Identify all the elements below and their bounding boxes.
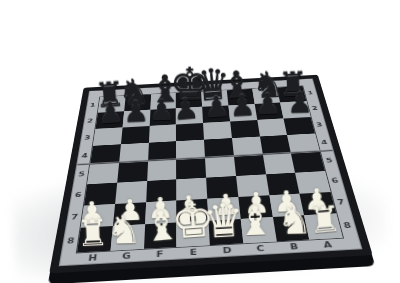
file-label-f: F xyxy=(143,248,177,261)
file-label-a: A xyxy=(310,239,346,251)
square-e5[interactable] xyxy=(176,158,206,179)
square-g2[interactable]: ♟ xyxy=(122,110,150,128)
square-d5[interactable] xyxy=(205,156,236,177)
black-pawn-b2[interactable]: ♟ xyxy=(254,89,281,119)
file-label-g: G xyxy=(109,250,143,263)
square-f5[interactable] xyxy=(147,160,177,181)
black-pawn-h2[interactable]: ♟ xyxy=(97,98,125,128)
square-a2[interactable]: ♟ xyxy=(280,101,310,118)
square-h5[interactable] xyxy=(87,163,119,184)
white-rook-h8[interactable]: ♜ xyxy=(76,214,109,251)
square-c2[interactable]: ♟ xyxy=(228,104,257,121)
file-label-c: C xyxy=(243,242,278,255)
square-b8[interactable]: ♞ xyxy=(272,216,309,242)
square-d2[interactable]: ♟ xyxy=(202,105,230,122)
chess-board-frame: ♜♞♝♚♛♝♞♜♟♟♟♟♟♟♟♟♟♟♟♟♟♟♟♟♜♞♝♚♛♝♞♜ HGFEDCB… xyxy=(49,75,372,273)
file-label-b: B xyxy=(276,240,312,253)
black-pawn-g2[interactable]: ♟ xyxy=(123,96,150,126)
square-g5[interactable] xyxy=(117,161,148,182)
square-c8[interactable]: ♝ xyxy=(240,217,276,243)
white-bishop-c8[interactable]: ♝ xyxy=(236,201,274,243)
square-b5[interactable] xyxy=(262,153,295,174)
square-d3[interactable] xyxy=(203,121,232,140)
square-g8[interactable]: ♞ xyxy=(110,224,144,250)
black-pawn-d2[interactable]: ♟ xyxy=(203,91,231,122)
square-e2[interactable]: ♟ xyxy=(176,107,203,125)
square-a5[interactable] xyxy=(291,152,325,173)
square-a3[interactable] xyxy=(284,117,315,135)
square-b2[interactable]: ♟ xyxy=(254,102,283,119)
square-c4[interactable] xyxy=(232,137,263,157)
square-h4[interactable] xyxy=(90,144,121,164)
square-c3[interactable] xyxy=(230,120,260,139)
file-label-d: D xyxy=(210,244,244,257)
square-h3[interactable] xyxy=(93,127,122,146)
square-h2[interactable]: ♟ xyxy=(95,111,123,129)
square-f3[interactable] xyxy=(148,124,176,143)
square-e4[interactable] xyxy=(176,140,205,160)
square-g3[interactable] xyxy=(121,126,150,145)
chess-set-photo: ♜♞♝♚♛♝♞♜♟♟♟♟♟♟♟♟♟♟♟♟♟♟♟♟♜♞♝♚♛♝♞♜ HGFEDCB… xyxy=(0,0,400,283)
file-label-e: E xyxy=(177,246,211,259)
square-a8[interactable]: ♜ xyxy=(304,214,342,240)
white-knight-g8[interactable]: ♞ xyxy=(106,209,142,249)
black-pawn-e2[interactable]: ♟ xyxy=(171,93,200,124)
black-pawn-c2[interactable]: ♟ xyxy=(229,90,257,120)
file-label-h: H xyxy=(75,252,110,265)
white-rook-a8[interactable]: ♜ xyxy=(307,201,342,240)
square-c5[interactable] xyxy=(234,155,266,176)
perspective-wrapper: ♜♞♝♚♛♝♞♜♟♟♟♟♟♟♟♟♟♟♟♟♟♟♟♟♜♞♝♚♛♝♞♜ HGFEDCB… xyxy=(0,0,400,283)
black-pawn-f2[interactable]: ♟ xyxy=(148,95,175,125)
black-pawn-a2[interactable]: ♟ xyxy=(286,87,313,117)
square-e3[interactable] xyxy=(176,123,204,142)
square-b3[interactable] xyxy=(257,118,287,136)
chess-board-grid: ♜♞♝♚♛♝♞♜♟♟♟♟♟♟♟♟♟♟♟♟♟♟♟♟♜♞♝♚♛♝♞♜ xyxy=(77,86,343,253)
board-face-margin: ♜♞♝♚♛♝♞♜♟♟♟♟♟♟♟♟♟♟♟♟♟♟♟♟♜♞♝♚♛♝♞♜ HGFEDCB… xyxy=(59,78,363,266)
